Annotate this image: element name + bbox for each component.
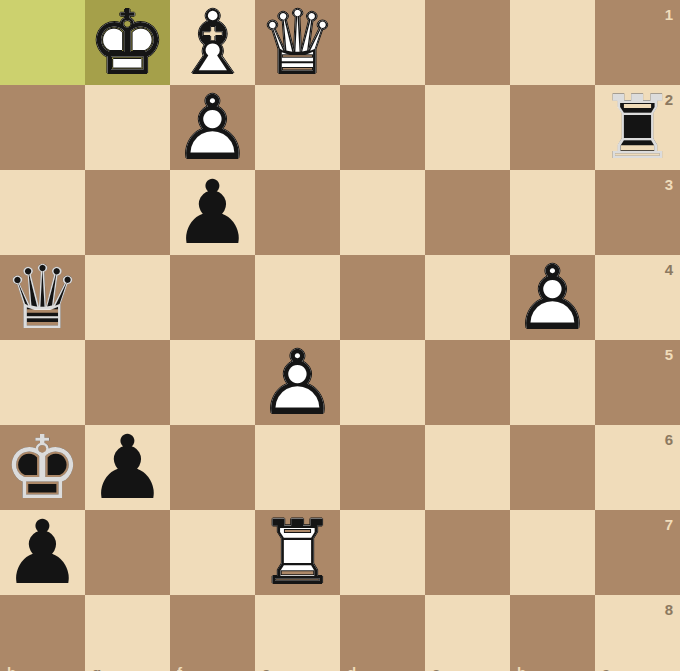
rank-label-3: 3 <box>665 177 673 192</box>
square-b8[interactable]: b <box>510 595 595 671</box>
square-b3[interactable] <box>510 170 595 255</box>
white-pawn[interactable]: ♟♙ <box>255 340 340 425</box>
black-king-outline: ♔ <box>0 425 85 510</box>
white-pawn[interactable]: ♟♙ <box>510 255 595 340</box>
square-f5[interactable] <box>170 340 255 425</box>
file-label-d: d <box>347 665 356 671</box>
square-a6[interactable]: 6 <box>595 425 680 510</box>
black-king[interactable]: ♚♔ <box>0 425 85 510</box>
square-d1[interactable] <box>340 0 425 85</box>
square-a7[interactable]: 7 <box>595 510 680 595</box>
square-b4[interactable]: ♟♙ <box>510 255 595 340</box>
square-b2[interactable] <box>510 85 595 170</box>
white-pawn-outline: ♙ <box>170 85 255 170</box>
square-e5[interactable]: ♟♙ <box>255 340 340 425</box>
file-label-b: b <box>517 665 526 671</box>
square-c8[interactable]: c <box>425 595 510 671</box>
black-queen-glyph: ♛ <box>0 255 85 340</box>
white-pawn-outline: ♙ <box>255 340 340 425</box>
square-g4[interactable] <box>85 255 170 340</box>
square-e6[interactable] <box>255 425 340 510</box>
square-f2[interactable]: ♟♙ <box>170 85 255 170</box>
rank-label-7: 7 <box>665 517 673 532</box>
square-a8[interactable]: 8a <box>595 595 680 671</box>
chess-board: ♚♔♝♗♛♕1♟♙2♜♖♟3♛♕♟♙4♟♙5♚♔♟6♟♜♖7hgfedcb8a <box>0 0 680 671</box>
square-b5[interactable] <box>510 340 595 425</box>
square-f8[interactable]: f <box>170 595 255 671</box>
white-rook-glyph: ♜ <box>255 510 340 595</box>
square-e7[interactable]: ♜♖ <box>255 510 340 595</box>
black-rook-outline: ♖ <box>595 85 680 170</box>
file-label-h: h <box>7 665 16 671</box>
black-queen-outline: ♕ <box>0 255 85 340</box>
white-queen[interactable]: ♛♕ <box>255 0 340 85</box>
square-g3[interactable] <box>85 170 170 255</box>
square-b7[interactable] <box>510 510 595 595</box>
rank-label-1: 1 <box>665 7 673 22</box>
square-d3[interactable] <box>340 170 425 255</box>
black-pawn-glyph: ♟ <box>0 510 85 595</box>
white-pawn[interactable]: ♟♙ <box>170 85 255 170</box>
black-pawn[interactable]: ♟ <box>85 425 170 510</box>
square-d4[interactable] <box>340 255 425 340</box>
white-pawn-glyph: ♟ <box>255 340 340 425</box>
square-d6[interactable] <box>340 425 425 510</box>
square-g6[interactable]: ♟ <box>85 425 170 510</box>
black-pawn[interactable]: ♟ <box>0 510 85 595</box>
square-g5[interactable] <box>85 340 170 425</box>
square-g1[interactable]: ♚♔ <box>85 0 170 85</box>
square-d2[interactable] <box>340 85 425 170</box>
square-a2[interactable]: 2♜♖ <box>595 85 680 170</box>
square-e1[interactable]: ♛♕ <box>255 0 340 85</box>
black-king-glyph: ♚ <box>0 425 85 510</box>
square-d5[interactable] <box>340 340 425 425</box>
white-queen-glyph: ♛ <box>255 0 340 85</box>
file-label-e: e <box>262 665 270 671</box>
white-rook-outline: ♖ <box>255 510 340 595</box>
square-f1[interactable]: ♝♗ <box>170 0 255 85</box>
white-queen-outline: ♕ <box>255 0 340 85</box>
black-rook-glyph: ♜ <box>595 85 680 170</box>
square-c7[interactable] <box>425 510 510 595</box>
square-e8[interactable]: e <box>255 595 340 671</box>
square-g8[interactable]: g <box>85 595 170 671</box>
white-pawn-glyph: ♟ <box>170 85 255 170</box>
square-d8[interactable]: d <box>340 595 425 671</box>
square-h7[interactable]: ♟ <box>0 510 85 595</box>
white-king-outline: ♔ <box>85 0 170 85</box>
square-h6[interactable]: ♚♔ <box>0 425 85 510</box>
square-c2[interactable] <box>425 85 510 170</box>
file-label-c: c <box>432 665 440 671</box>
square-c4[interactable] <box>425 255 510 340</box>
white-king[interactable]: ♚♔ <box>85 0 170 85</box>
square-h5[interactable] <box>0 340 85 425</box>
square-e2[interactable] <box>255 85 340 170</box>
square-e3[interactable] <box>255 170 340 255</box>
white-rook[interactable]: ♜♖ <box>255 510 340 595</box>
square-a1[interactable]: 1 <box>595 0 680 85</box>
square-b1[interactable] <box>510 0 595 85</box>
square-f6[interactable] <box>170 425 255 510</box>
file-label-g: g <box>92 665 101 671</box>
rank-label-4: 4 <box>665 262 673 277</box>
white-bishop-outline: ♗ <box>170 0 255 85</box>
rank-label-6: 6 <box>665 432 673 447</box>
square-h3[interactable] <box>0 170 85 255</box>
black-pawn-glyph: ♟ <box>170 170 255 255</box>
square-h1[interactable] <box>0 0 85 85</box>
square-h8[interactable]: h <box>0 595 85 671</box>
square-f7[interactable] <box>170 510 255 595</box>
rank-label-8: 8 <box>665 602 673 617</box>
black-pawn-glyph: ♟ <box>85 425 170 510</box>
black-queen[interactable]: ♛♕ <box>0 255 85 340</box>
square-h4[interactable]: ♛♕ <box>0 255 85 340</box>
square-g7[interactable] <box>85 510 170 595</box>
black-pawn[interactable]: ♟ <box>170 170 255 255</box>
square-f4[interactable] <box>170 255 255 340</box>
white-pawn-glyph: ♟ <box>510 255 595 340</box>
square-a5[interactable]: 5 <box>595 340 680 425</box>
white-bishop[interactable]: ♝♗ <box>170 0 255 85</box>
square-c6[interactable] <box>425 425 510 510</box>
square-d7[interactable] <box>340 510 425 595</box>
black-rook[interactable]: ♜♖ <box>595 85 680 170</box>
rank-label-5: 5 <box>665 347 673 362</box>
square-e4[interactable] <box>255 255 340 340</box>
square-h2[interactable] <box>0 85 85 170</box>
square-c3[interactable] <box>425 170 510 255</box>
square-c1[interactable] <box>425 0 510 85</box>
white-pawn-outline: ♙ <box>510 255 595 340</box>
file-label-a: a <box>602 665 610 671</box>
file-label-f: f <box>177 665 182 671</box>
square-c5[interactable] <box>425 340 510 425</box>
square-a4[interactable]: 4 <box>595 255 680 340</box>
square-b6[interactable] <box>510 425 595 510</box>
white-bishop-glyph: ♝ <box>170 0 255 85</box>
square-a3[interactable]: 3 <box>595 170 680 255</box>
square-g2[interactable] <box>85 85 170 170</box>
white-king-glyph: ♚ <box>85 0 170 85</box>
square-f3[interactable]: ♟ <box>170 170 255 255</box>
